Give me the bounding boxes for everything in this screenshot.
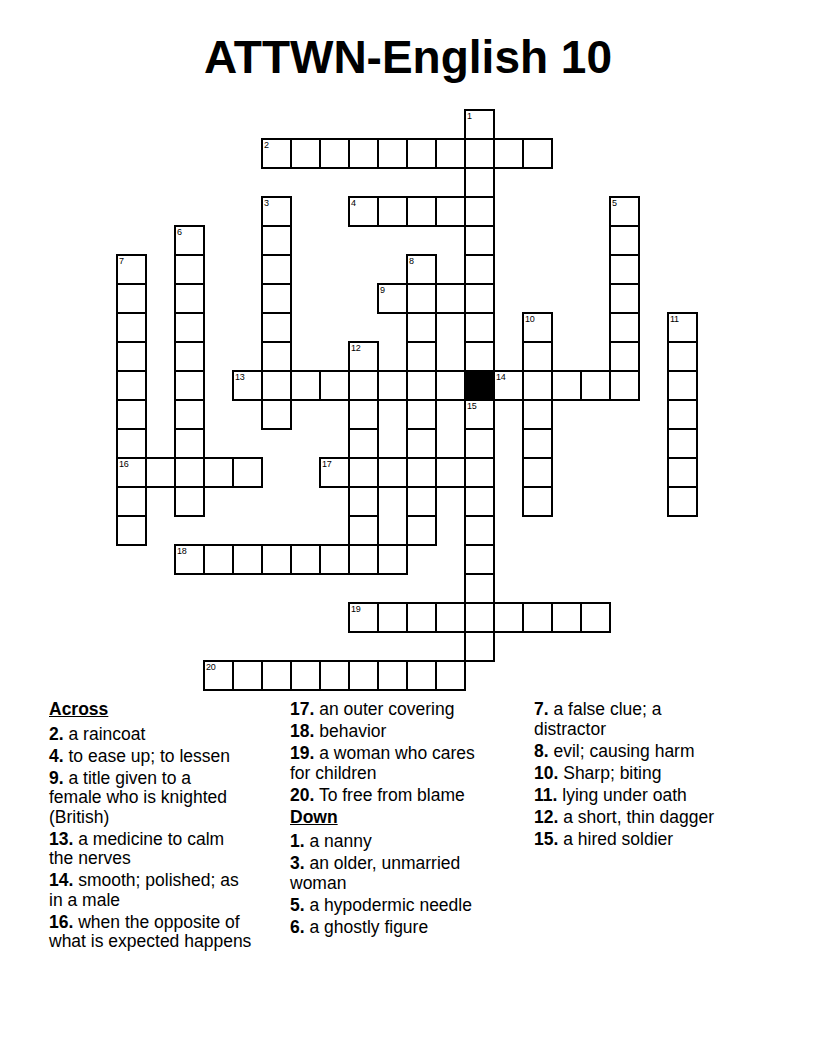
clue-number: 19. bbox=[290, 743, 314, 763]
grid-cell[interactable] bbox=[464, 283, 495, 314]
grid-cell[interactable] bbox=[377, 660, 408, 691]
cell-number: 5 bbox=[612, 199, 617, 208]
clue-column-2: 17. an outer covering18. behavior19. a w… bbox=[290, 700, 512, 940]
grid-cell[interactable] bbox=[348, 399, 379, 430]
grid-cell[interactable]: 10 bbox=[522, 312, 553, 343]
grid-cell[interactable] bbox=[464, 515, 495, 546]
clue-text: a medicine to calm the nerves bbox=[49, 829, 224, 869]
clue-across-4: 4. to ease up; to lessen bbox=[49, 747, 287, 767]
grid-cell[interactable] bbox=[609, 370, 640, 401]
clue-across-17: 17. an outer covering bbox=[290, 700, 512, 720]
clue-down-7: 7. a false clue; a distractor bbox=[534, 700, 772, 739]
clue-text: smooth; polished; as in a male bbox=[49, 870, 239, 910]
grid-cell[interactable] bbox=[261, 370, 292, 401]
grid-cell[interactable]: 13 bbox=[232, 370, 263, 401]
clue-across-2: 2. a raincoat bbox=[49, 725, 287, 745]
grid-cell[interactable] bbox=[667, 341, 698, 372]
across-header: Across bbox=[49, 700, 287, 720]
grid-cell[interactable] bbox=[348, 138, 379, 169]
clue-number: 17. bbox=[290, 699, 314, 719]
grid-cell[interactable] bbox=[174, 486, 205, 517]
clue-text: to ease up; to lessen bbox=[68, 746, 230, 766]
crossword-grid: 1234567891011121314151617181920 bbox=[117, 110, 697, 690]
grid-cell[interactable] bbox=[435, 660, 466, 691]
clue-across-16: 16. when the opposite of what is expecte… bbox=[49, 913, 287, 952]
clue-number: 1. bbox=[290, 831, 305, 851]
clue-text: a raincoat bbox=[68, 724, 145, 744]
grid-cell[interactable] bbox=[261, 544, 292, 575]
clue-across-13: 13. a medicine to calm the nerves bbox=[49, 830, 287, 869]
cell-number: 10 bbox=[525, 315, 534, 324]
clue-text: when the opposite of what is expected ha… bbox=[49, 912, 251, 952]
grid-cell[interactable] bbox=[406, 515, 437, 546]
clue-text: a ghostly figure bbox=[309, 917, 428, 937]
grid-cell[interactable] bbox=[261, 254, 292, 285]
clue-column-1: Across2. a raincoat4. to ease up; to les… bbox=[49, 700, 287, 954]
grid-cell[interactable] bbox=[464, 341, 495, 372]
grid-cell[interactable] bbox=[464, 254, 495, 285]
grid-cell[interactable] bbox=[464, 631, 495, 662]
clue-column-3: 7. a false clue; a distractor8. evil; ca… bbox=[534, 700, 772, 852]
clue-text: a hired soldier bbox=[563, 829, 673, 849]
grid-cell[interactable]: 4 bbox=[348, 196, 379, 227]
grid-cell[interactable] bbox=[116, 283, 147, 314]
clue-number: 4. bbox=[49, 746, 64, 766]
clue-down-6: 6. a ghostly figure bbox=[290, 918, 512, 938]
grid-cell[interactable] bbox=[522, 341, 553, 372]
cell-number: 11 bbox=[670, 315, 679, 324]
grid-cell[interactable]: 3 bbox=[261, 196, 292, 227]
grid-cell[interactable] bbox=[290, 660, 321, 691]
grid-cell[interactable]: 1 bbox=[464, 109, 495, 140]
grid-cell[interactable] bbox=[174, 283, 205, 314]
clue-down-3: 3. an older, unmarried woman bbox=[290, 854, 512, 893]
grid-cell[interactable] bbox=[667, 457, 698, 488]
clue-text: an outer covering bbox=[319, 699, 454, 719]
clue-text: To free from blame bbox=[319, 785, 465, 805]
grid-cell[interactable] bbox=[116, 312, 147, 343]
cell-number: 4 bbox=[351, 199, 356, 208]
grid-cell[interactable] bbox=[464, 138, 495, 169]
clue-number: 16. bbox=[49, 912, 73, 932]
grid-cell[interactable] bbox=[319, 370, 350, 401]
grid-cell[interactable] bbox=[406, 428, 437, 459]
cell-number: 6 bbox=[177, 228, 182, 237]
grid-cell[interactable]: 16 bbox=[116, 457, 147, 488]
clue-down-8: 8. evil; causing harm bbox=[534, 742, 772, 762]
grid-cell[interactable]: 17 bbox=[319, 457, 350, 488]
grid-cell[interactable] bbox=[319, 660, 350, 691]
grid-cell[interactable] bbox=[522, 370, 553, 401]
grid-cell[interactable] bbox=[348, 457, 379, 488]
grid-cell[interactable] bbox=[174, 254, 205, 285]
grid-cell[interactable] bbox=[522, 457, 553, 488]
grid-cell[interactable] bbox=[319, 544, 350, 575]
grid-cell[interactable] bbox=[435, 283, 466, 314]
clue-number: 14. bbox=[49, 870, 73, 890]
clue-text: a nanny bbox=[309, 831, 371, 851]
grid-cell[interactable] bbox=[464, 573, 495, 604]
grid-cell[interactable] bbox=[116, 399, 147, 430]
clue-text: a hypodermic needle bbox=[309, 895, 471, 915]
grid-cell[interactable]: 20 bbox=[203, 660, 234, 691]
clue-number: 5. bbox=[290, 895, 305, 915]
grid-cell[interactable] bbox=[667, 370, 698, 401]
grid-cell[interactable] bbox=[174, 370, 205, 401]
grid-cell[interactable] bbox=[261, 660, 292, 691]
grid-cell[interactable] bbox=[406, 312, 437, 343]
cell-number: 16 bbox=[119, 460, 128, 469]
clue-number: 6. bbox=[290, 917, 305, 937]
clue-number: 12. bbox=[534, 807, 558, 827]
grid-cell[interactable]: 12 bbox=[348, 341, 379, 372]
grid-cell[interactable] bbox=[232, 544, 263, 575]
grid-cell[interactable] bbox=[580, 370, 611, 401]
grid-cell[interactable] bbox=[435, 602, 466, 633]
clue-text: an older, unmarried woman bbox=[290, 853, 460, 893]
grid-cell[interactable] bbox=[464, 457, 495, 488]
grid-cell[interactable] bbox=[377, 457, 408, 488]
grid-cell[interactable] bbox=[290, 370, 321, 401]
grid-cell[interactable] bbox=[406, 341, 437, 372]
cell-number: 19 bbox=[351, 605, 360, 614]
grid-cell[interactable] bbox=[464, 167, 495, 198]
grid-cell[interactable] bbox=[348, 486, 379, 517]
cell-number: 7 bbox=[119, 257, 124, 266]
clue-number: 15. bbox=[534, 829, 558, 849]
grid-cell[interactable] bbox=[406, 399, 437, 430]
grid-cell[interactable]: 8 bbox=[406, 254, 437, 285]
grid-cell[interactable]: 14 bbox=[493, 370, 524, 401]
cell-number: 1 bbox=[467, 112, 472, 121]
grid-cell[interactable] bbox=[232, 457, 263, 488]
cell-number: 20 bbox=[206, 663, 215, 672]
grid-cell[interactable] bbox=[609, 283, 640, 314]
grid-cell[interactable] bbox=[377, 138, 408, 169]
clue-number: 20. bbox=[290, 785, 314, 805]
grid-cell[interactable] bbox=[522, 602, 553, 633]
down-header-label: Down bbox=[290, 807, 338, 827]
grid-cell[interactable] bbox=[493, 602, 524, 633]
grid-cell[interactable] bbox=[464, 602, 495, 633]
grid-cell[interactable] bbox=[522, 428, 553, 459]
grid-cell[interactable] bbox=[348, 660, 379, 691]
grid-cell[interactable] bbox=[406, 457, 437, 488]
grid-cell[interactable] bbox=[377, 602, 408, 633]
grid-cell[interactable] bbox=[580, 602, 611, 633]
grid-cell[interactable] bbox=[464, 544, 495, 575]
grid-cell[interactable]: 7 bbox=[116, 254, 147, 285]
grid-cell[interactable] bbox=[377, 544, 408, 575]
clue-down-15: 15. a hired soldier bbox=[534, 830, 772, 850]
cell-number: 14 bbox=[496, 373, 505, 382]
grid-cell[interactable] bbox=[116, 428, 147, 459]
grid-cell[interactable] bbox=[319, 138, 350, 169]
clue-number: 2. bbox=[49, 724, 64, 744]
cell-number: 9 bbox=[380, 286, 385, 295]
grid-cell[interactable] bbox=[522, 486, 553, 517]
grid-cell[interactable] bbox=[261, 399, 292, 430]
grid-cell[interactable] bbox=[464, 312, 495, 343]
grid-cell[interactable]: 18 bbox=[174, 544, 205, 575]
clue-across-19: 19. a woman who cares for children bbox=[290, 744, 512, 783]
clue-down-5: 5. a hypodermic needle bbox=[290, 896, 512, 916]
grid-cell[interactable] bbox=[174, 341, 205, 372]
clue-across-9: 9. a title given to a female who is knig… bbox=[49, 769, 287, 828]
grid-cell[interactable] bbox=[435, 196, 466, 227]
clue-text: evil; causing harm bbox=[553, 741, 694, 761]
grid-cell[interactable] bbox=[261, 312, 292, 343]
grid-cell[interactable] bbox=[116, 341, 147, 372]
grid-cell[interactable] bbox=[290, 544, 321, 575]
grid-cell[interactable] bbox=[609, 225, 640, 256]
cell-number: 3 bbox=[264, 199, 269, 208]
grid-cell[interactable] bbox=[609, 312, 640, 343]
grid-cell[interactable]: 15 bbox=[464, 399, 495, 430]
clue-text: lying under oath bbox=[562, 785, 687, 805]
clue-down-1: 1. a nanny bbox=[290, 832, 512, 852]
grid-cell[interactable] bbox=[667, 486, 698, 517]
grid-cell[interactable]: 9 bbox=[377, 283, 408, 314]
grid-cell[interactable]: 11 bbox=[667, 312, 698, 343]
clue-number: 10. bbox=[534, 763, 558, 783]
clue-number: 8. bbox=[534, 741, 549, 761]
clue-text: a woman who cares for children bbox=[290, 743, 475, 783]
grid-cell[interactable] bbox=[435, 138, 466, 169]
grid-cell[interactable] bbox=[435, 370, 466, 401]
cell-number: 8 bbox=[409, 257, 414, 266]
grid-cell[interactable] bbox=[348, 544, 379, 575]
grid-cell[interactable] bbox=[261, 341, 292, 372]
grid-cell[interactable] bbox=[522, 138, 553, 169]
cell-number: 15 bbox=[467, 402, 476, 411]
cell-number: 18 bbox=[177, 547, 186, 556]
grid-cell[interactable] bbox=[464, 196, 495, 227]
grid-cell[interactable] bbox=[261, 225, 292, 256]
grid-cell[interactable] bbox=[406, 196, 437, 227]
grid-cell[interactable] bbox=[493, 138, 524, 169]
clue-number: 11. bbox=[534, 785, 557, 805]
grid-cell[interactable] bbox=[116, 515, 147, 546]
clue-number: 18. bbox=[290, 721, 314, 741]
clue-across-18: 18. behavior bbox=[290, 722, 512, 742]
clue-number: 13. bbox=[49, 829, 73, 849]
grid-cell[interactable] bbox=[551, 370, 582, 401]
grid-cell[interactable] bbox=[261, 283, 292, 314]
grid-cell[interactable] bbox=[464, 486, 495, 517]
grid-cell[interactable] bbox=[551, 602, 582, 633]
clue-across-14: 14. smooth; polished; as in a male bbox=[49, 871, 287, 910]
grid-cell[interactable] bbox=[464, 428, 495, 459]
cell-number: 13 bbox=[235, 373, 244, 382]
down-header: Down bbox=[290, 808, 512, 828]
grid-cell[interactable] bbox=[406, 486, 437, 517]
grid-cell[interactable]: 5 bbox=[609, 196, 640, 227]
clue-text: Sharp; biting bbox=[563, 763, 661, 783]
grid-cell[interactable] bbox=[406, 138, 437, 169]
grid-cell[interactable] bbox=[203, 544, 234, 575]
clue-number: 7. bbox=[534, 699, 549, 719]
across-header-label: Across bbox=[49, 699, 108, 719]
grid-cell[interactable] bbox=[116, 486, 147, 517]
grid-cell[interactable] bbox=[377, 196, 408, 227]
grid-cell[interactable] bbox=[667, 399, 698, 430]
grid-cell[interactable] bbox=[174, 457, 205, 488]
grid-cell[interactable] bbox=[203, 457, 234, 488]
grid-cell[interactable] bbox=[174, 399, 205, 430]
grid-cell[interactable] bbox=[232, 660, 263, 691]
grid-cell[interactable] bbox=[348, 515, 379, 546]
grid-cell[interactable] bbox=[348, 428, 379, 459]
clue-text: a title given to a female who is knighte… bbox=[49, 768, 227, 827]
grid-cell[interactable]: 2 bbox=[261, 138, 292, 169]
clue-text: a short, thin dagger bbox=[563, 807, 714, 827]
clue-across-20: 20. To free from blame bbox=[290, 786, 512, 806]
grid-cell[interactable] bbox=[667, 428, 698, 459]
grid-cell[interactable] bbox=[406, 370, 437, 401]
grid-cell[interactable] bbox=[348, 370, 379, 401]
grid-cell[interactable] bbox=[406, 660, 437, 691]
cell-number: 17 bbox=[322, 460, 331, 469]
cell-number: 12 bbox=[351, 344, 360, 353]
clue-text: a false clue; a distractor bbox=[534, 699, 661, 739]
clue-number: 3. bbox=[290, 853, 305, 873]
grid-cell[interactable] bbox=[406, 602, 437, 633]
grid-cell[interactable]: 6 bbox=[174, 225, 205, 256]
clue-text: behavior bbox=[319, 721, 386, 741]
grid-cell[interactable]: 19 bbox=[348, 602, 379, 633]
cell-number: 2 bbox=[264, 141, 269, 150]
clue-down-11: 11. lying under oath bbox=[534, 786, 772, 806]
grid-cell[interactable] bbox=[174, 428, 205, 459]
grid-cell[interactable] bbox=[377, 370, 408, 401]
grid-cell[interactable] bbox=[116, 370, 147, 401]
grid-cell[interactable] bbox=[145, 457, 176, 488]
grid-cell[interactable] bbox=[174, 312, 205, 343]
page-title: ATTWN-English 10 bbox=[0, 30, 816, 85]
blocked-cell bbox=[464, 370, 495, 401]
grid-cell[interactable] bbox=[609, 341, 640, 372]
grid-cell[interactable] bbox=[435, 457, 466, 488]
grid-cell[interactable] bbox=[464, 225, 495, 256]
clue-number: 9. bbox=[49, 768, 64, 788]
clue-down-10: 10. Sharp; biting bbox=[534, 764, 772, 784]
clue-down-12: 12. a short, thin dagger bbox=[534, 808, 772, 828]
grid-cell[interactable] bbox=[406, 283, 437, 314]
grid-cell[interactable] bbox=[522, 399, 553, 430]
grid-cell[interactable] bbox=[290, 138, 321, 169]
grid-cell[interactable] bbox=[609, 254, 640, 285]
